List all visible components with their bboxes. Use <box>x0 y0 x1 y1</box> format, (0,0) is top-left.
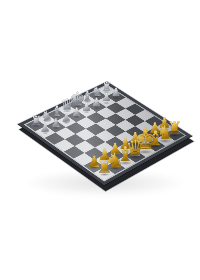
piece-silver-pawn-b2[interactable]: ♟ <box>50 117 61 129</box>
piece-silver-pawn-g2[interactable]: ♟ <box>101 92 111 104</box>
piece-silver-pawn-a2[interactable]: ♟ <box>40 122 51 134</box>
piece-silver-pawn-f2[interactable]: ♟ <box>91 97 102 109</box>
piece-silver-pawn-d2[interactable]: ♟ <box>71 107 82 119</box>
piece-silver-pawn-c2[interactable]: ♟ <box>61 112 72 124</box>
piece-silver-pawn-h2[interactable]: ♟ <box>111 88 121 100</box>
piece-silver-pawn-e2[interactable]: ♟ <box>81 102 92 114</box>
product-photo-scene: ♜♞♟♝♟♚♟♛♟♝♟♞♟♜♟♟♟♟♜♟♞♟♝♟♚♟♛♟♝♟♞♜ <box>0 0 200 280</box>
piece-gold-rook-a8[interactable]: ♜ <box>96 158 112 176</box>
